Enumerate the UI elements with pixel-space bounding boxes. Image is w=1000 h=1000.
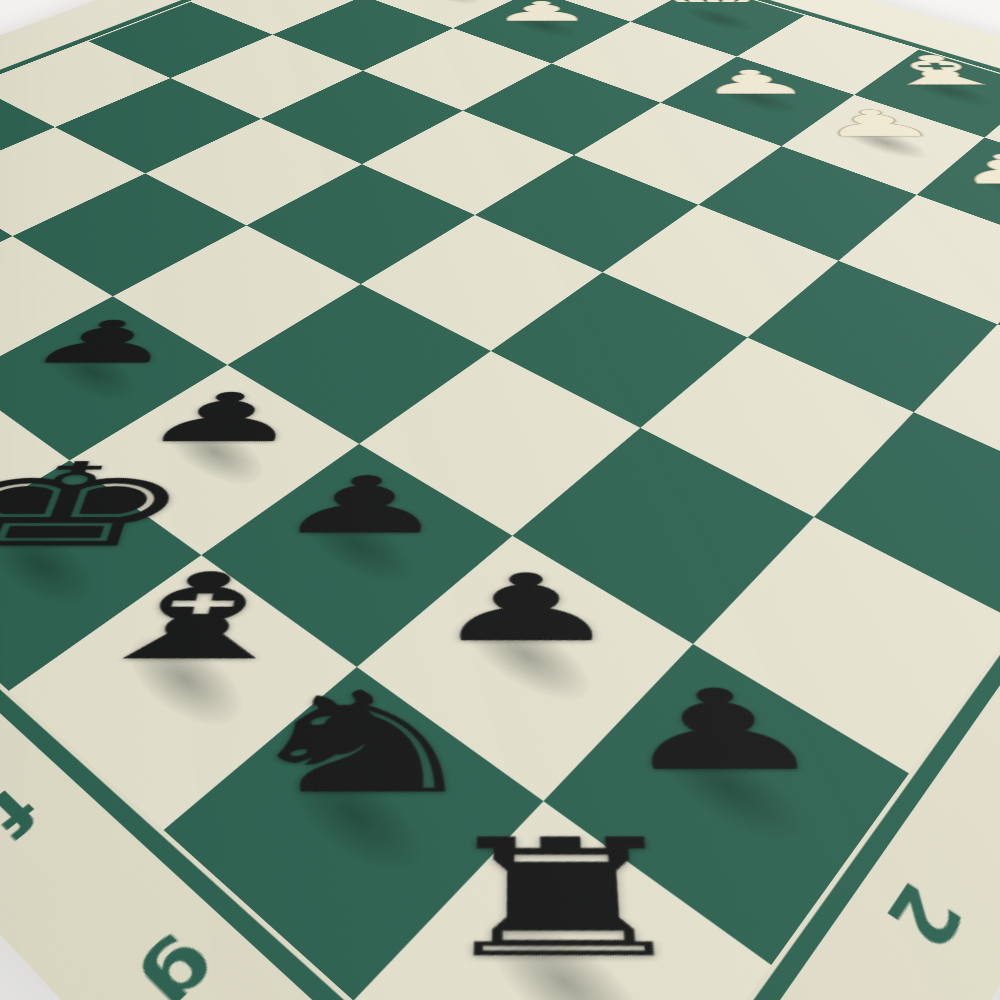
board-squares <box>0 0 1000 1000</box>
white-pawn-glyph: ♟ <box>692 66 817 99</box>
chess-board: abcdefgh12345678 ♛♝♞♟♟♟♟♟♟♚♝♞♜♟♟♟♟♟ <box>0 0 1000 1000</box>
white-pawn-glyph: ♟ <box>809 105 946 141</box>
scene: abcdefgh12345678 ♛♝♞♟♟♟♟♟♟♚♝♞♜♟♟♟♟♟ <box>0 0 1000 1000</box>
file-label-f: f <box>0 775 53 848</box>
rank-label-2: 2 <box>866 867 981 966</box>
photo-viewport: abcdefgh12345678 ♛♝♞♟♟♟♟♟♟♚♝♞♜♟♟♟♟♟ <box>0 0 1000 1000</box>
file-label-g: g <box>127 925 239 1000</box>
rank-label-3: 3 <box>989 697 1000 775</box>
white-queen-glyph: ♛ <box>636 0 793 19</box>
white-bishop-glyph: ♝ <box>858 51 1000 91</box>
white-pawn-glyph: ♟ <box>489 0 595 25</box>
